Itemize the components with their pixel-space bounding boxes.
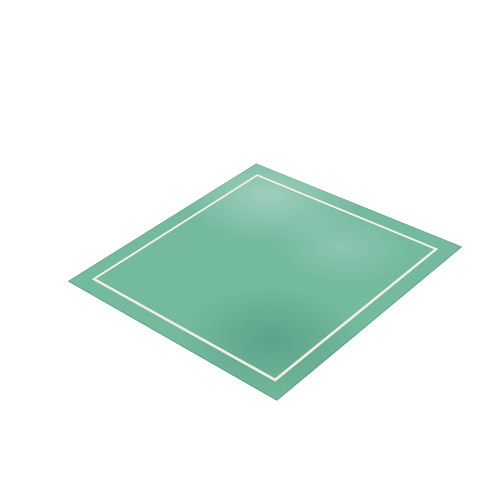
product-photo-stage	[0, 0, 500, 500]
